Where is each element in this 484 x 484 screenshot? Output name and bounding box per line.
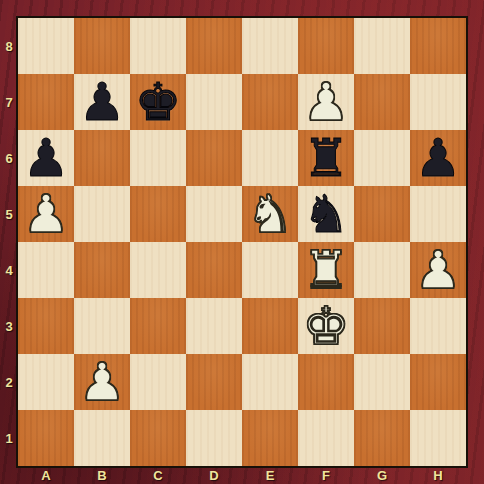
square-c3[interactable]	[130, 298, 186, 354]
square-b4[interactable]	[74, 242, 130, 298]
square-b6[interactable]	[74, 130, 130, 186]
square-a3[interactable]	[18, 298, 74, 354]
rank-label-3: 3	[0, 298, 18, 354]
square-f2[interactable]	[298, 354, 354, 410]
square-g3[interactable]	[354, 298, 410, 354]
rank-label-5: 5	[0, 186, 18, 242]
square-h2[interactable]	[410, 354, 466, 410]
chess-board: ♟♚♟♟♜♟♟♞♞♜♟♚♟	[18, 18, 466, 466]
file-label-g: G	[354, 466, 410, 484]
rank-label-1: 1	[0, 410, 18, 466]
square-c2[interactable]	[130, 354, 186, 410]
square-h5[interactable]	[410, 186, 466, 242]
square-f7[interactable]: ♟	[298, 74, 354, 130]
square-a1[interactable]	[18, 410, 74, 466]
square-d4[interactable]	[186, 242, 242, 298]
square-a4[interactable]	[18, 242, 74, 298]
square-a5[interactable]: ♟	[18, 186, 74, 242]
rank-label-4: 4	[0, 242, 18, 298]
square-h3[interactable]	[410, 298, 466, 354]
square-g8[interactable]	[354, 18, 410, 74]
square-d6[interactable]	[186, 130, 242, 186]
square-e6[interactable]	[242, 130, 298, 186]
file-label-a: A	[18, 466, 74, 484]
rank-label-8: 8	[0, 18, 18, 74]
square-e8[interactable]	[242, 18, 298, 74]
square-a7[interactable]	[18, 74, 74, 130]
square-g4[interactable]	[354, 242, 410, 298]
piece-black-pawn[interactable]: ♟	[23, 130, 70, 186]
file-label-d: D	[186, 466, 242, 484]
piece-white-king[interactable]: ♚	[303, 298, 350, 354]
piece-white-pawn[interactable]: ♟	[415, 242, 462, 298]
square-f1[interactable]	[298, 410, 354, 466]
piece-white-knight[interactable]: ♞	[247, 186, 294, 242]
file-label-f: F	[298, 466, 354, 484]
square-b8[interactable]	[74, 18, 130, 74]
square-d5[interactable]	[186, 186, 242, 242]
piece-white-pawn[interactable]: ♟	[79, 354, 126, 410]
square-b7[interactable]: ♟	[74, 74, 130, 130]
square-f3[interactable]: ♚	[298, 298, 354, 354]
file-label-c: C	[130, 466, 186, 484]
piece-black-king[interactable]: ♚	[135, 74, 182, 130]
square-a6[interactable]: ♟	[18, 130, 74, 186]
square-a2[interactable]	[18, 354, 74, 410]
piece-black-pawn[interactable]: ♟	[415, 130, 462, 186]
piece-white-rook[interactable]: ♜	[303, 242, 350, 298]
square-e4[interactable]	[242, 242, 298, 298]
square-e2[interactable]	[242, 354, 298, 410]
square-h7[interactable]	[410, 74, 466, 130]
square-h4[interactable]: ♟	[410, 242, 466, 298]
square-d8[interactable]	[186, 18, 242, 74]
square-c7[interactable]: ♚	[130, 74, 186, 130]
piece-black-pawn[interactable]: ♟	[79, 74, 126, 130]
square-e1[interactable]	[242, 410, 298, 466]
rank-label-6: 6	[0, 130, 18, 186]
square-g6[interactable]	[354, 130, 410, 186]
square-d3[interactable]	[186, 298, 242, 354]
square-e3[interactable]	[242, 298, 298, 354]
square-f6[interactable]: ♜	[298, 130, 354, 186]
piece-white-pawn[interactable]: ♟	[23, 186, 70, 242]
square-d1[interactable]	[186, 410, 242, 466]
square-b2[interactable]: ♟	[74, 354, 130, 410]
square-h6[interactable]: ♟	[410, 130, 466, 186]
file-label-e: E	[242, 466, 298, 484]
file-labels: ABCDEFGH	[18, 466, 466, 484]
square-c4[interactable]	[130, 242, 186, 298]
file-label-b: B	[74, 466, 130, 484]
piece-black-rook[interactable]: ♜	[303, 130, 350, 186]
file-label-h: H	[410, 466, 466, 484]
chess-board-frame: ♟♚♟♟♜♟♟♞♞♜♟♚♟ 87654321 ABCDEFGH	[0, 0, 484, 484]
square-c6[interactable]	[130, 130, 186, 186]
square-a8[interactable]	[18, 18, 74, 74]
square-h1[interactable]	[410, 410, 466, 466]
piece-black-knight[interactable]: ♞	[303, 186, 350, 242]
square-d7[interactable]	[186, 74, 242, 130]
square-c8[interactable]	[130, 18, 186, 74]
square-f4[interactable]: ♜	[298, 242, 354, 298]
rank-label-7: 7	[0, 74, 18, 130]
square-f5[interactable]: ♞	[298, 186, 354, 242]
square-b1[interactable]	[74, 410, 130, 466]
square-c1[interactable]	[130, 410, 186, 466]
square-h8[interactable]	[410, 18, 466, 74]
square-g1[interactable]	[354, 410, 410, 466]
piece-white-pawn[interactable]: ♟	[303, 74, 350, 130]
square-g7[interactable]	[354, 74, 410, 130]
square-d2[interactable]	[186, 354, 242, 410]
square-b3[interactable]	[74, 298, 130, 354]
square-e5[interactable]: ♞	[242, 186, 298, 242]
square-b5[interactable]	[74, 186, 130, 242]
square-c5[interactable]	[130, 186, 186, 242]
rank-label-2: 2	[0, 354, 18, 410]
square-g5[interactable]	[354, 186, 410, 242]
square-f8[interactable]	[298, 18, 354, 74]
square-e7[interactable]	[242, 74, 298, 130]
square-g2[interactable]	[354, 354, 410, 410]
rank-labels: 87654321	[0, 18, 18, 466]
